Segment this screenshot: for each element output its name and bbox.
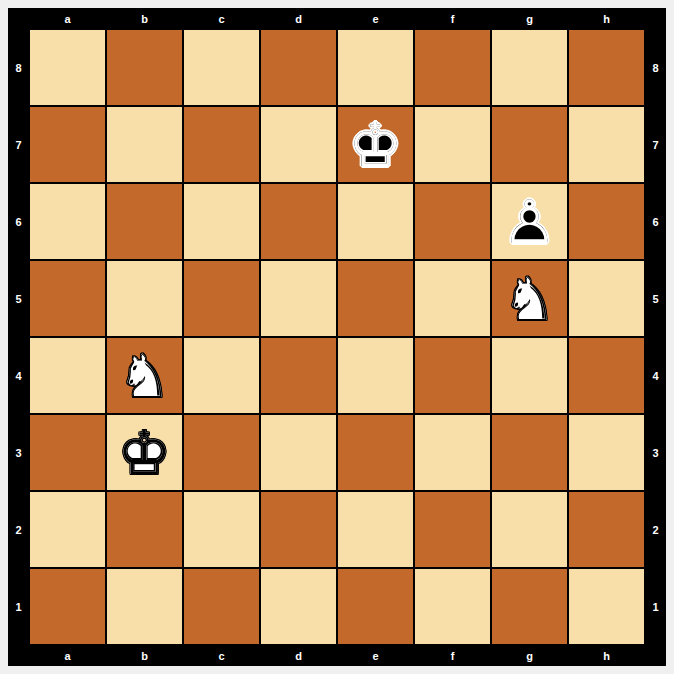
- square-f1[interactable]: [414, 568, 491, 645]
- file-label-top-a: a: [29, 8, 106, 29]
- square-b8[interactable]: [106, 29, 183, 106]
- square-e6[interactable]: [337, 183, 414, 260]
- rank-label-left-1: 1: [8, 568, 29, 645]
- white-knight-detail: ♘: [491, 260, 568, 337]
- square-h7[interactable]: [568, 106, 645, 183]
- black-king-detail: ♔: [337, 106, 414, 183]
- square-b4[interactable]: ♞♘: [106, 337, 183, 414]
- file-label-top-f: f: [414, 8, 491, 29]
- square-a8[interactable]: [29, 29, 106, 106]
- square-d2[interactable]: [260, 491, 337, 568]
- square-a7[interactable]: [29, 106, 106, 183]
- board-frame: abcdefgh887♚♔76♟♙65♞♘54♞♘43♚♔32211abcdef…: [8, 8, 666, 666]
- square-h6[interactable]: [568, 183, 645, 260]
- file-label-bottom-a: a: [29, 645, 106, 666]
- square-c2[interactable]: [183, 491, 260, 568]
- square-h4[interactable]: [568, 337, 645, 414]
- frame-corner: [645, 645, 666, 666]
- file-label-bottom-f: f: [414, 645, 491, 666]
- square-b7[interactable]: [106, 106, 183, 183]
- piece-black-pawn[interactable]: ♟♙: [491, 183, 568, 260]
- rank-label-left-8: 8: [8, 29, 29, 106]
- white-knight-detail: ♘: [106, 337, 183, 414]
- piece-white-knight[interactable]: ♞♘: [491, 260, 568, 337]
- rank-label-right-7: 7: [645, 106, 666, 183]
- square-d1[interactable]: [260, 568, 337, 645]
- square-d5[interactable]: [260, 260, 337, 337]
- file-label-top-c: c: [183, 8, 260, 29]
- piece-white-knight[interactable]: ♞♘: [106, 337, 183, 414]
- square-f2[interactable]: [414, 491, 491, 568]
- square-e5[interactable]: [337, 260, 414, 337]
- file-label-bottom-g: g: [491, 645, 568, 666]
- square-b1[interactable]: [106, 568, 183, 645]
- frame-corner: [645, 8, 666, 29]
- square-f4[interactable]: [414, 337, 491, 414]
- piece-black-king[interactable]: ♚♔: [337, 106, 414, 183]
- square-b2[interactable]: [106, 491, 183, 568]
- file-label-top-e: e: [337, 8, 414, 29]
- rank-label-right-4: 4: [645, 337, 666, 414]
- square-h2[interactable]: [568, 491, 645, 568]
- chess-app-page: abcdefgh887♚♔76♟♙65♞♘54♞♘43♚♔32211abcdef…: [0, 0, 674, 674]
- square-g8[interactable]: [491, 29, 568, 106]
- file-label-bottom-b: b: [106, 645, 183, 666]
- square-e7[interactable]: ♚♔: [337, 106, 414, 183]
- square-a4[interactable]: [29, 337, 106, 414]
- rank-label-left-7: 7: [8, 106, 29, 183]
- square-h1[interactable]: [568, 568, 645, 645]
- frame-corner: [8, 645, 29, 666]
- file-label-top-h: h: [568, 8, 645, 29]
- square-e4[interactable]: [337, 337, 414, 414]
- rank-label-right-5: 5: [645, 260, 666, 337]
- square-c8[interactable]: [183, 29, 260, 106]
- rank-label-right-3: 3: [645, 414, 666, 491]
- black-pawn-detail: ♙: [491, 183, 568, 260]
- square-d3[interactable]: [260, 414, 337, 491]
- rank-label-left-6: 6: [8, 183, 29, 260]
- square-c5[interactable]: [183, 260, 260, 337]
- square-d4[interactable]: [260, 337, 337, 414]
- file-label-bottom-h: h: [568, 645, 645, 666]
- square-b6[interactable]: [106, 183, 183, 260]
- square-d6[interactable]: [260, 183, 337, 260]
- square-f7[interactable]: [414, 106, 491, 183]
- white-king-detail: ♔: [106, 414, 183, 491]
- square-d8[interactable]: [260, 29, 337, 106]
- square-c7[interactable]: [183, 106, 260, 183]
- square-a1[interactable]: [29, 568, 106, 645]
- file-label-bottom-e: e: [337, 645, 414, 666]
- square-e8[interactable]: [337, 29, 414, 106]
- square-h3[interactable]: [568, 414, 645, 491]
- square-a5[interactable]: [29, 260, 106, 337]
- square-h5[interactable]: [568, 260, 645, 337]
- rank-label-left-2: 2: [8, 491, 29, 568]
- rank-label-right-2: 2: [645, 491, 666, 568]
- square-g1[interactable]: [491, 568, 568, 645]
- rank-label-left-5: 5: [8, 260, 29, 337]
- square-a3[interactable]: [29, 414, 106, 491]
- square-e2[interactable]: [337, 491, 414, 568]
- file-label-top-d: d: [260, 8, 337, 29]
- file-label-top-b: b: [106, 8, 183, 29]
- square-b5[interactable]: [106, 260, 183, 337]
- rank-label-right-1: 1: [645, 568, 666, 645]
- rank-label-left-3: 3: [8, 414, 29, 491]
- square-d7[interactable]: [260, 106, 337, 183]
- square-g7[interactable]: [491, 106, 568, 183]
- square-g2[interactable]: [491, 491, 568, 568]
- square-f8[interactable]: [414, 29, 491, 106]
- square-c1[interactable]: [183, 568, 260, 645]
- file-label-bottom-d: d: [260, 645, 337, 666]
- square-h8[interactable]: [568, 29, 645, 106]
- file-label-bottom-c: c: [183, 645, 260, 666]
- frame-corner: [8, 8, 29, 29]
- rank-label-right-8: 8: [645, 29, 666, 106]
- square-c6[interactable]: [183, 183, 260, 260]
- square-f5[interactable]: [414, 260, 491, 337]
- square-g3[interactable]: [491, 414, 568, 491]
- file-label-top-g: g: [491, 8, 568, 29]
- square-b3[interactable]: ♚♔: [106, 414, 183, 491]
- square-g5[interactable]: ♞♘: [491, 260, 568, 337]
- square-g6[interactable]: ♟♙: [491, 183, 568, 260]
- square-a2[interactable]: [29, 491, 106, 568]
- square-e1[interactable]: [337, 568, 414, 645]
- square-a6[interactable]: [29, 183, 106, 260]
- square-g4[interactable]: [491, 337, 568, 414]
- square-e3[interactable]: [337, 414, 414, 491]
- piece-white-king[interactable]: ♚♔: [106, 414, 183, 491]
- rank-label-left-4: 4: [8, 337, 29, 414]
- square-f6[interactable]: [414, 183, 491, 260]
- square-c3[interactable]: [183, 414, 260, 491]
- square-f3[interactable]: [414, 414, 491, 491]
- rank-label-right-6: 6: [645, 183, 666, 260]
- square-c4[interactable]: [183, 337, 260, 414]
